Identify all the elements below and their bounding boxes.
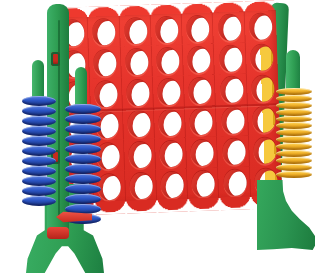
- board-cell: [245, 41, 277, 73]
- board-hole-empty: [155, 16, 179, 43]
- yellow-disc: [276, 95, 312, 102]
- board-hole-empty: [125, 48, 149, 75]
- blue-disc: [65, 194, 101, 204]
- board-cell: [154, 106, 186, 138]
- board-hole-empty: [189, 108, 213, 135]
- blue-disc: [65, 154, 101, 164]
- board-hole-empty: [126, 79, 150, 106]
- blue-disc: [65, 114, 101, 124]
- board-hole-empty: [129, 172, 153, 199]
- board-cell: [153, 75, 185, 107]
- blue-disc: [65, 134, 101, 144]
- connect-four-product-photo: [0, 0, 336, 280]
- blue-disc: [22, 166, 56, 176]
- board-hole-empty: [217, 14, 241, 41]
- board-cell: [214, 42, 246, 74]
- board-cell: [125, 170, 157, 202]
- board-cell: [215, 73, 247, 105]
- board-hole-empty: [223, 169, 247, 196]
- board-cell: [123, 108, 155, 140]
- board-hole-empty: [191, 170, 215, 197]
- board-cell: [182, 12, 214, 44]
- blue-disc-stack-front: [22, 96, 56, 206]
- blue-disc: [22, 106, 56, 116]
- board-cell: [121, 77, 153, 109]
- yellow-disc: [276, 171, 312, 178]
- board-hole-empty: [157, 78, 181, 105]
- board-cell: [151, 14, 183, 46]
- board-hole-empty: [124, 17, 148, 44]
- yellow-disc: [276, 88, 312, 95]
- blue-disc: [22, 136, 56, 146]
- blue-disc: [22, 116, 56, 126]
- board-cell: [187, 167, 219, 199]
- board-hole-empty: [220, 76, 244, 103]
- board-cell: [124, 139, 156, 171]
- board-hole-empty: [250, 44, 274, 71]
- board-cell: [244, 10, 276, 42]
- board-hole-empty: [128, 141, 152, 168]
- board-hole-empty: [221, 107, 245, 134]
- board-cell: [186, 136, 218, 168]
- board-hole-empty: [186, 15, 210, 42]
- blue-disc: [22, 146, 56, 156]
- yellow-disc: [276, 164, 312, 171]
- board-hole-empty: [158, 109, 182, 136]
- blue-disc: [22, 96, 56, 106]
- post-groove: [58, 20, 60, 216]
- board-hole-empty: [188, 77, 212, 104]
- board-hole-empty: [187, 46, 211, 73]
- board-cell: [152, 44, 184, 76]
- yellow-disc: [276, 136, 312, 143]
- blue-disc: [65, 104, 101, 114]
- board-hole-empty: [93, 49, 117, 76]
- blue-disc: [22, 126, 56, 136]
- board-cell: [88, 16, 120, 48]
- blue-disc: [65, 184, 101, 194]
- board-cell: [219, 166, 251, 198]
- blue-disc: [65, 124, 101, 134]
- yellow-disc: [276, 102, 312, 109]
- blue-disc: [22, 186, 56, 196]
- board-hole-empty: [249, 13, 273, 40]
- yellow-disc: [276, 129, 312, 136]
- board-cell: [120, 46, 152, 78]
- board-hole-empty: [156, 47, 180, 74]
- yellow-disc: [276, 109, 312, 116]
- board-cell: [119, 15, 151, 47]
- board-cell: [89, 47, 121, 79]
- board-cell: [217, 135, 249, 167]
- board-cell: [183, 43, 215, 75]
- release-slider-window-top: [51, 52, 60, 66]
- yellow-disc: [276, 122, 312, 129]
- blue-disc: [22, 176, 56, 186]
- board-hole-empty: [98, 173, 122, 200]
- board-cell: [185, 105, 217, 137]
- board-hole-empty: [253, 137, 277, 164]
- blue-disc: [22, 156, 56, 166]
- blue-disc-stack-rear: [65, 104, 101, 224]
- board-hole-empty: [251, 75, 275, 102]
- board-hole-empty: [190, 139, 214, 166]
- board-hole-empty: [159, 140, 183, 167]
- yellow-disc: [276, 116, 312, 123]
- yellow-disc: [276, 143, 312, 150]
- board-cell: [155, 137, 187, 169]
- board-hole-empty: [127, 110, 151, 137]
- yellow-disc: [276, 157, 312, 164]
- board-hole-empty: [222, 138, 246, 165]
- right-leg: [257, 180, 315, 250]
- yellow-disc: [276, 150, 312, 157]
- blue-disc: [65, 174, 101, 184]
- yellow-disc-stack: [276, 88, 312, 178]
- board-cell: [213, 11, 245, 43]
- board-cell: [184, 74, 216, 106]
- board-hole-empty: [92, 18, 116, 45]
- release-knob: [47, 227, 69, 239]
- blue-disc: [65, 164, 101, 174]
- board-cell: [156, 168, 188, 200]
- board-hole-empty: [160, 171, 184, 198]
- blue-disc: [22, 196, 56, 206]
- board-hole-empty: [218, 45, 242, 72]
- board-hole-empty: [252, 106, 276, 133]
- blue-disc: [65, 144, 101, 154]
- board-cell: [216, 104, 248, 136]
- board-cell: [247, 72, 279, 104]
